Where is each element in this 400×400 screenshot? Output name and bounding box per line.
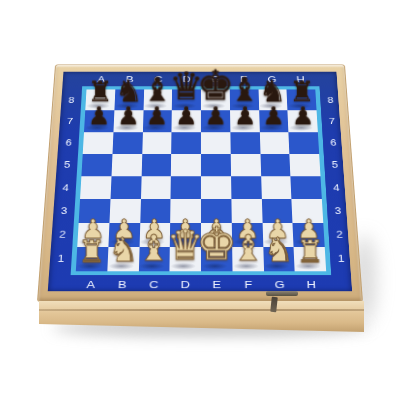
file-label-bottom-a: A bbox=[86, 279, 95, 289]
rank-label-left-4: 4 bbox=[62, 183, 69, 192]
piece-shadow bbox=[77, 263, 103, 270]
file-label-top-e: E bbox=[211, 75, 219, 84]
rank-label-right-8: 8 bbox=[327, 96, 334, 104]
piece-shadow bbox=[289, 124, 313, 130]
rank-label-right-3: 3 bbox=[334, 206, 341, 215]
file-label-top-h: H bbox=[296, 75, 305, 84]
file-label-bottom-e: E bbox=[212, 279, 221, 289]
file-label-top-g: G bbox=[267, 75, 276, 84]
chess-box-scene: 8877665544332211AABBCCDDEEFFGGHH ♜♞♝♛♚♝♞… bbox=[37, 40, 363, 302]
piece-shadow bbox=[202, 124, 226, 130]
piece-shadow bbox=[108, 263, 134, 270]
piece-shadow bbox=[109, 238, 135, 245]
piece-shadow bbox=[85, 124, 109, 130]
rank-label-left-1: 1 bbox=[57, 254, 64, 263]
piece-shadow bbox=[260, 124, 284, 130]
piece-shadow bbox=[140, 238, 165, 245]
piece-shadow bbox=[295, 263, 321, 270]
piece-shadow bbox=[114, 124, 138, 130]
piece-shadow bbox=[171, 263, 197, 270]
rank-label-right-4: 4 bbox=[333, 183, 340, 192]
piece-shadow bbox=[231, 124, 255, 130]
piece-shadow bbox=[202, 263, 228, 270]
file-label-top-a: A bbox=[97, 75, 105, 84]
piece-shadow bbox=[173, 124, 197, 130]
photo-stage: 8877665544332211AABBCCDDEEFFGGHH ♜♞♝♛♚♝♞… bbox=[0, 0, 400, 400]
rank-label-left-7: 7 bbox=[67, 117, 74, 125]
clasp-slot bbox=[266, 291, 298, 296]
rank-label-left-8: 8 bbox=[68, 96, 75, 104]
file-label-bottom-h: H bbox=[306, 279, 316, 289]
rank-label-right-5: 5 bbox=[331, 161, 338, 170]
rank-label-left-3: 3 bbox=[61, 206, 68, 215]
piece-shadow bbox=[143, 124, 167, 130]
rank-label-left-6: 6 bbox=[65, 139, 72, 147]
piece-shadow bbox=[202, 238, 227, 245]
board-face-wood-frame: 8877665544332211AABBCCDDEEFFGGHH ♜♞♝♛♚♝♞… bbox=[37, 65, 363, 302]
file-label-bottom-g: G bbox=[275, 279, 285, 289]
rank-label-right-1: 1 bbox=[338, 254, 345, 263]
rank-label-left-5: 5 bbox=[64, 161, 71, 170]
piece-shadow bbox=[263, 238, 289, 245]
file-label-top-b: B bbox=[126, 75, 134, 84]
rank-label-right-2: 2 bbox=[336, 230, 343, 239]
file-label-top-c: C bbox=[154, 75, 163, 84]
piece-shadow bbox=[294, 238, 320, 245]
file-label-bottom-f: F bbox=[244, 279, 252, 289]
file-label-bottom-d: D bbox=[181, 279, 190, 289]
file-label-top-f: F bbox=[240, 75, 247, 84]
box-lid-seam bbox=[39, 309, 364, 311]
piece-shadow bbox=[171, 238, 196, 245]
file-label-bottom-c: C bbox=[149, 279, 159, 289]
rank-label-right-7: 7 bbox=[329, 117, 336, 125]
piece-shadow bbox=[78, 238, 104, 245]
file-label-top-d: D bbox=[182, 75, 190, 84]
rank-label-left-2: 2 bbox=[59, 230, 66, 239]
piece-shadow bbox=[233, 263, 259, 270]
file-label-bottom-b: B bbox=[118, 279, 127, 289]
piece-shadow bbox=[233, 238, 258, 245]
rank-label-right-6: 6 bbox=[330, 139, 337, 147]
